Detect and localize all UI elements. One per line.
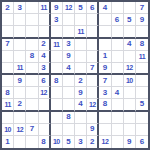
cell-r4c2[interactable]	[14, 39, 26, 51]
cell-r3c2[interactable]	[14, 26, 26, 38]
cell-r10c6[interactable]: 8	[63, 112, 75, 124]
cell-r9c1[interactable]: 11	[2, 99, 14, 111]
cell-r5c4[interactable]: 4	[39, 51, 51, 63]
cell-r1c11[interactable]	[124, 2, 136, 14]
cell-r6c6[interactable]: 4	[63, 63, 75, 75]
cell-r10c10[interactable]	[112, 112, 124, 124]
cell-r1c10[interactable]	[112, 2, 124, 14]
cell-r7c4[interactable]: 6	[39, 75, 51, 87]
cell-r2c12[interactable]: 9	[136, 14, 148, 26]
cell-r11c5[interactable]	[51, 124, 63, 136]
cell-r11c4[interactable]	[39, 124, 51, 136]
cell-r10c2[interactable]	[14, 112, 26, 124]
cell-r5c6[interactable]: 9	[63, 51, 75, 63]
cell-r10c11[interactable]	[124, 112, 136, 124]
cell-r3c8[interactable]	[87, 26, 99, 38]
cell-r6c10[interactable]	[112, 63, 124, 75]
cell-r1c9[interactable]: 4	[99, 2, 111, 14]
cell-r8c7[interactable]: 9	[75, 87, 87, 99]
cell-r4c10[interactable]	[112, 39, 124, 51]
cell-r2c6[interactable]	[63, 14, 75, 26]
cell-r9c5[interactable]	[51, 99, 63, 111]
cell-r8c3[interactable]	[26, 87, 38, 99]
cell-r1c1[interactable]: 2	[2, 2, 14, 14]
cell-r9c2[interactable]: 2	[14, 99, 26, 111]
cell-r8c8[interactable]	[87, 87, 99, 99]
cell-r4c11[interactable]: 4	[124, 39, 136, 51]
cell-r3c1[interactable]	[2, 26, 14, 38]
cell-r3c6[interactable]	[63, 26, 75, 38]
cell-r12c11[interactable]: 9	[124, 136, 136, 148]
cell-r10c8[interactable]	[87, 112, 99, 124]
cell-r10c4[interactable]	[39, 112, 51, 124]
cell-r8c12[interactable]	[136, 87, 148, 99]
cell-r11c2[interactable]: 12	[14, 124, 26, 136]
cell-r5c9[interactable]: 1	[99, 51, 111, 63]
cell-r8c6[interactable]	[63, 87, 75, 99]
cell-r8c1[interactable]: 8	[2, 87, 14, 99]
cell-r6c5[interactable]	[51, 63, 63, 75]
cell-r10c9[interactable]	[99, 112, 111, 124]
cell-r2c2[interactable]	[14, 14, 26, 26]
cell-r5c11[interactable]	[124, 51, 136, 63]
cell-r5c12[interactable]: 11	[136, 51, 148, 63]
cell-r4c9[interactable]	[99, 39, 111, 51]
cell-r12c7[interactable]: 3	[75, 136, 87, 148]
cell-r2c5[interactable]: 3	[51, 14, 63, 26]
cell-r1c6[interactable]: 12	[63, 2, 75, 14]
cell-r11c3[interactable]: 7	[26, 124, 38, 136]
cell-r2c7[interactable]	[75, 14, 87, 26]
cell-r7c10[interactable]	[112, 75, 124, 87]
cell-r9c3[interactable]	[26, 99, 38, 111]
cell-r6c11[interactable]: 12	[124, 63, 136, 75]
cell-r9c12[interactable]: 5	[136, 99, 148, 111]
cell-r4c6[interactable]: 3	[63, 39, 75, 51]
cell-r7c9[interactable]: 7	[99, 75, 111, 87]
cell-r1c12[interactable]: 7	[136, 2, 148, 14]
cell-r2c1[interactable]	[2, 14, 14, 26]
cell-r10c12[interactable]	[136, 112, 148, 124]
cell-r12c5[interactable]: 10	[51, 136, 63, 148]
cell-r1c7[interactable]: 5	[75, 2, 87, 14]
cell-r3c7[interactable]: 11	[75, 26, 87, 38]
cell-r8c2[interactable]	[14, 87, 26, 99]
cell-r2c3[interactable]	[26, 14, 38, 26]
cell-r4c7[interactable]	[75, 39, 87, 51]
cell-r12c8[interactable]: 2	[87, 136, 99, 148]
cell-r11c6[interactable]	[63, 124, 75, 136]
cell-r4c3[interactable]	[26, 39, 38, 51]
cell-r9c10[interactable]	[112, 99, 124, 111]
cell-r7c7[interactable]: 2	[75, 75, 87, 87]
cell-r9c4[interactable]	[39, 99, 51, 111]
cell-r6c4[interactable]: 3	[39, 63, 51, 75]
cell-r3c5[interactable]	[51, 26, 63, 38]
cell-r5c8[interactable]	[87, 51, 99, 63]
cell-r9c8[interactable]: 12	[87, 99, 99, 111]
cell-r12c2[interactable]	[14, 136, 26, 148]
cell-r8c9[interactable]: 3	[99, 87, 111, 99]
cell-r8c11[interactable]	[124, 87, 136, 99]
cell-r1c5[interactable]: 9	[51, 2, 63, 14]
cell-r7c8[interactable]	[87, 75, 99, 87]
cell-r6c3[interactable]	[26, 63, 38, 75]
cell-r6c9[interactable]: 9	[99, 63, 111, 75]
cell-r4c4[interactable]: 2	[39, 39, 51, 51]
cell-r5c2[interactable]	[14, 51, 26, 63]
cell-r11c10[interactable]	[112, 124, 124, 136]
cell-r7c1[interactable]	[2, 75, 14, 87]
cell-r5c3[interactable]: 8	[26, 51, 38, 63]
cell-r4c12[interactable]: 8	[136, 39, 148, 51]
cell-r1c2[interactable]: 3	[14, 2, 26, 14]
cell-r10c5[interactable]	[51, 112, 63, 124]
cell-r10c3[interactable]	[26, 112, 38, 124]
cell-r6c8[interactable]: 7	[87, 63, 99, 75]
cell-r3c9[interactable]	[99, 26, 111, 38]
cell-r12c4[interactable]: 8	[39, 136, 51, 148]
cell-r9c11[interactable]	[124, 99, 136, 111]
cell-r5c10[interactable]	[112, 51, 124, 63]
cell-r8c5[interactable]	[51, 87, 63, 99]
cell-r12c10[interactable]	[112, 136, 124, 148]
cell-r11c8[interactable]: 9	[87, 124, 99, 136]
cell-r12c9[interactable]: 12	[99, 136, 111, 148]
cell-r11c12[interactable]	[136, 124, 148, 136]
cell-r9c6[interactable]	[63, 99, 75, 111]
cell-r3c12[interactable]	[136, 26, 148, 38]
cell-r1c3[interactable]	[26, 2, 38, 14]
cell-r7c12[interactable]	[136, 75, 148, 87]
cell-r11c9[interactable]	[99, 124, 111, 136]
cell-r11c11[interactable]	[124, 124, 136, 136]
cell-r4c5[interactable]: 11	[51, 39, 63, 51]
cell-r8c4[interactable]: 12	[39, 87, 51, 99]
cell-r6c1[interactable]	[2, 63, 14, 75]
cell-r5c7[interactable]	[75, 51, 87, 63]
cell-r3c3[interactable]	[26, 26, 38, 38]
cell-r10c1[interactable]	[2, 112, 14, 124]
cell-r6c7[interactable]	[75, 63, 87, 75]
cell-r2c8[interactable]	[87, 14, 99, 26]
cell-r2c10[interactable]: 6	[112, 14, 124, 26]
cell-r3c11[interactable]	[124, 26, 136, 38]
cell-r11c1[interactable]: 10	[2, 124, 14, 136]
cell-r9c9[interactable]: 8	[99, 99, 111, 111]
cell-r6c2[interactable]: 11	[14, 63, 26, 75]
cell-r7c3[interactable]	[26, 75, 38, 87]
cell-r4c8[interactable]	[87, 39, 99, 51]
cell-r5c1[interactable]	[2, 51, 14, 63]
cell-r5c5[interactable]	[51, 51, 63, 63]
cell-r6c12[interactable]	[136, 63, 148, 75]
cell-r12c1[interactable]: 1	[2, 136, 14, 148]
cell-r7c2[interactable]: 9	[14, 75, 26, 87]
sudoku-page: 2311912564736591172113488491111134791296…	[0, 0, 150, 150]
cell-r10c7[interactable]	[75, 112, 87, 124]
cell-r4c1[interactable]: 7	[2, 39, 14, 51]
cell-r7c5[interactable]: 8	[51, 75, 63, 87]
cell-r12c12[interactable]: 6	[136, 136, 148, 148]
cell-r8c10[interactable]: 4	[112, 87, 124, 99]
cell-r12c6[interactable]: 5	[63, 136, 75, 148]
cell-r12c3[interactable]	[26, 136, 38, 148]
cell-r1c8[interactable]: 6	[87, 2, 99, 14]
cell-r9c7[interactable]: 4	[75, 99, 87, 111]
cell-r2c4[interactable]	[39, 14, 51, 26]
cell-r11c7[interactable]	[75, 124, 87, 136]
cell-r3c4[interactable]	[39, 26, 51, 38]
cell-r2c9[interactable]	[99, 14, 111, 26]
cell-r3c10[interactable]	[112, 26, 124, 38]
cell-r1c4[interactable]: 11	[39, 2, 51, 14]
sudoku-board: 2311912564736591172113488491111134791296…	[0, 0, 150, 150]
cell-r2c11[interactable]: 5	[124, 14, 136, 26]
cell-r7c6[interactable]	[63, 75, 75, 87]
cell-r7c11[interactable]: 10	[124, 75, 136, 87]
